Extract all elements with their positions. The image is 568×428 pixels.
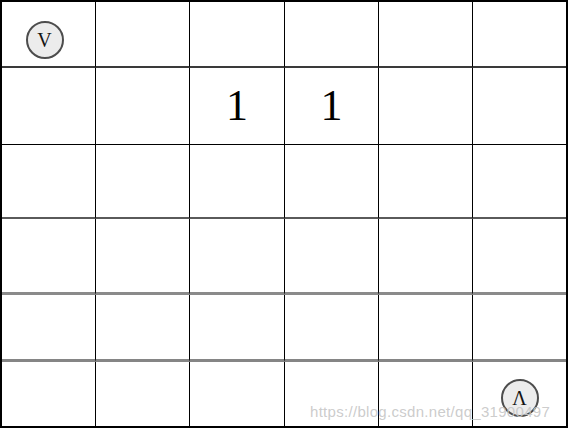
cell-r2-c4: 1 [285, 68, 379, 145]
cell-r1-c1: V [2, 2, 96, 68]
cell-r6-c5 [379, 362, 473, 426]
cell-r1-c6 [473, 2, 566, 68]
end-marker-label: Λ [512, 388, 527, 408]
cell-r2-c3: 1 [190, 68, 285, 145]
cell-r5-c1 [2, 295, 96, 362]
puzzle-board: V11Λ https://blog.csdn.net/qq_31900497 [0, 0, 568, 428]
cell-r6-c4 [285, 362, 379, 426]
cell-r1-c3 [190, 2, 285, 68]
cell-r4-c1 [2, 219, 96, 295]
cell-r4-c2 [96, 219, 190, 295]
cell-r6-c6: Λ [473, 362, 566, 426]
cell-r2-c6 [473, 68, 566, 145]
cell-r6-c3 [190, 362, 285, 426]
cell-r4-c4 [285, 219, 379, 295]
cell-r3-c1 [2, 145, 96, 219]
cell-r4-c5 [379, 219, 473, 295]
cell-r5-c4 [285, 295, 379, 362]
cell-r6-c1 [2, 362, 96, 426]
start-marker: V [26, 21, 64, 59]
cell-r6-c2 [96, 362, 190, 426]
cell-r5-c6 [473, 295, 566, 362]
cell-r4-c3 [190, 219, 285, 295]
cell-r4-c6 [473, 219, 566, 295]
cell-r3-c4 [285, 145, 379, 219]
cell-r3-c5 [379, 145, 473, 219]
cell-r5-c2 [96, 295, 190, 362]
cell-r1-c5 [379, 2, 473, 68]
cell-r3-c6 [473, 145, 566, 219]
end-marker: Λ [501, 379, 539, 417]
cell-r5-c5 [379, 295, 473, 362]
cell-r2-c1 [2, 68, 96, 145]
start-marker-label: V [37, 30, 51, 50]
cell-r5-c3 [190, 295, 285, 362]
cell-r3-c2 [96, 145, 190, 219]
clue-number: 1 [321, 84, 343, 128]
cell-r1-c2 [96, 2, 190, 68]
cell-r2-c2 [96, 68, 190, 145]
puzzle-grid: V11Λ [0, 0, 568, 428]
cell-r1-c4 [285, 2, 379, 68]
cell-r2-c5 [379, 68, 473, 145]
clue-number: 1 [226, 84, 248, 128]
cell-r3-c3 [190, 145, 285, 219]
